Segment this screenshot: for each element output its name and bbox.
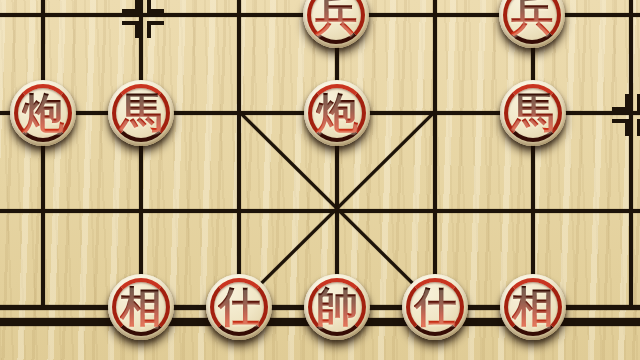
point-marker-c4[interactable] <box>121 0 161 35</box>
grid-line-file-b <box>41 0 45 309</box>
piece-character: 馬 <box>512 92 554 134</box>
piece-red-horse-g3[interactable]: 馬 <box>500 80 566 146</box>
piece-red-horse-c3[interactable]: 馬 <box>108 80 174 146</box>
piece-red-advisor-f1[interactable]: 仕 <box>402 274 468 340</box>
marker-bracket-icon <box>122 21 139 38</box>
piece-character: 相 <box>120 286 162 328</box>
piece-red-general-e1[interactable]: 帥 <box>304 274 370 340</box>
piece-character: 馬 <box>120 92 162 134</box>
piece-character: 仕 <box>414 286 456 328</box>
grid-line-file-c <box>139 0 143 309</box>
marker-bracket-icon <box>147 21 164 38</box>
piece-red-advisor-d1[interactable]: 仕 <box>206 274 272 340</box>
marker-bracket-icon <box>612 119 629 136</box>
piece-character: 兵 <box>511 0 553 36</box>
piece-character: 相 <box>512 286 554 328</box>
piece-red-soldier-e4[interactable]: 兵 <box>303 0 369 48</box>
piece-character: 炮 <box>22 92 64 134</box>
piece-character: 仕 <box>218 286 260 328</box>
piece-red-elephant-c1[interactable]: 相 <box>108 274 174 340</box>
grid-line-file-d <box>237 0 241 309</box>
point-marker-h3[interactable] <box>611 93 640 133</box>
grid-line-file-f <box>433 0 437 309</box>
marker-bracket-icon <box>612 94 629 111</box>
piece-character: 帥 <box>316 286 358 328</box>
piece-red-soldier-g4[interactable]: 兵 <box>499 0 565 48</box>
piece-red-cannon-b3[interactable]: 炮 <box>10 80 76 146</box>
piece-red-cannon-e3[interactable]: 炮 <box>304 80 370 146</box>
marker-bracket-icon <box>122 0 139 13</box>
piece-red-elephant-g1[interactable]: 相 <box>500 274 566 340</box>
piece-character: 兵 <box>315 0 357 36</box>
grid-line-file-h <box>629 0 633 309</box>
xiangqi-board: 兵 兵 炮 馬 炮 馬 相 仕 帥 仕 相 <box>0 0 640 360</box>
marker-bracket-icon <box>147 0 164 13</box>
piece-character: 炮 <box>316 92 358 134</box>
grid-line-rank-2 <box>0 209 640 213</box>
